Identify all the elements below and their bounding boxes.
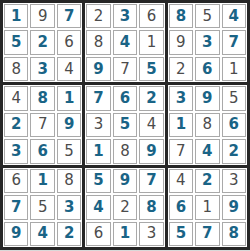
- cell-r4c4[interactable]: 7: [86, 86, 110, 110]
- cell-r1c8[interactable]: 5: [195, 4, 219, 28]
- cell-r6c5[interactable]: 8: [113, 139, 137, 163]
- cell-r6c8[interactable]: 4: [195, 139, 219, 163]
- box-2-3: 395186742: [168, 85, 247, 164]
- cell-r6c2[interactable]: 6: [30, 139, 54, 163]
- cell-r5c2[interactable]: 7: [30, 113, 54, 137]
- cell-r3c3[interactable]: 4: [57, 57, 81, 81]
- cell-r4c8[interactable]: 9: [195, 86, 219, 110]
- cell-r9c2[interactable]: 4: [30, 222, 54, 246]
- cell-r4c7[interactable]: 3: [169, 86, 193, 110]
- cell-r4c1[interactable]: 4: [4, 86, 28, 110]
- cell-r8c3[interactable]: 3: [57, 195, 81, 219]
- cell-r5c9[interactable]: 6: [222, 113, 246, 137]
- cell-r8c4[interactable]: 4: [86, 195, 110, 219]
- cell-r4c6[interactable]: 2: [139, 86, 163, 110]
- cell-r9c5[interactable]: 1: [113, 222, 137, 246]
- cell-r5c1[interactable]: 2: [4, 113, 28, 137]
- cell-r3c7[interactable]: 2: [169, 57, 193, 81]
- cell-r6c3[interactable]: 5: [57, 139, 81, 163]
- cell-r2c9[interactable]: 7: [222, 30, 246, 54]
- cell-r2c8[interactable]: 3: [195, 30, 219, 54]
- cell-r5c8[interactable]: 8: [195, 113, 219, 137]
- sudoku-board: 1975268342368419758549372614812793657623…: [0, 0, 250, 250]
- cell-r7c5[interactable]: 9: [113, 169, 137, 193]
- box-3-1: 618753942: [3, 168, 82, 247]
- box-3-3: 423619578: [168, 168, 247, 247]
- cell-r5c5[interactable]: 5: [113, 113, 137, 137]
- cell-r6c1[interactable]: 3: [4, 139, 28, 163]
- cell-r1c9[interactable]: 4: [222, 4, 246, 28]
- cell-r6c4[interactable]: 1: [86, 139, 110, 163]
- cell-r8c5[interactable]: 2: [113, 195, 137, 219]
- cell-r9c9[interactable]: 8: [222, 222, 246, 246]
- cell-r4c5[interactable]: 6: [113, 86, 137, 110]
- cell-r1c1[interactable]: 1: [4, 4, 28, 28]
- cell-r7c8[interactable]: 2: [195, 169, 219, 193]
- cell-r3c6[interactable]: 5: [139, 57, 163, 81]
- cell-r5c6[interactable]: 4: [139, 113, 163, 137]
- cell-r2c5[interactable]: 4: [113, 30, 137, 54]
- cell-r1c7[interactable]: 8: [169, 4, 193, 28]
- cell-r4c9[interactable]: 5: [222, 86, 246, 110]
- cell-r1c3[interactable]: 7: [57, 4, 81, 28]
- cell-r3c5[interactable]: 7: [113, 57, 137, 81]
- cell-r7c4[interactable]: 5: [86, 169, 110, 193]
- cell-r8c6[interactable]: 8: [139, 195, 163, 219]
- cell-r9c6[interactable]: 3: [139, 222, 163, 246]
- cell-r3c2[interactable]: 3: [30, 57, 54, 81]
- cell-r9c7[interactable]: 5: [169, 222, 193, 246]
- cell-r2c3[interactable]: 6: [57, 30, 81, 54]
- cell-r3c1[interactable]: 8: [4, 57, 28, 81]
- cell-r3c4[interactable]: 9: [86, 57, 110, 81]
- cell-r3c8[interactable]: 6: [195, 57, 219, 81]
- cell-r1c4[interactable]: 2: [86, 4, 110, 28]
- cell-r4c3[interactable]: 1: [57, 86, 81, 110]
- cell-r8c8[interactable]: 1: [195, 195, 219, 219]
- cell-r7c6[interactable]: 7: [139, 169, 163, 193]
- cell-r2c6[interactable]: 1: [139, 30, 163, 54]
- box-1-1: 197526834: [3, 3, 82, 82]
- cell-r9c4[interactable]: 6: [86, 222, 110, 246]
- cell-r5c4[interactable]: 3: [86, 113, 110, 137]
- cell-r7c9[interactable]: 3: [222, 169, 246, 193]
- cell-r6c6[interactable]: 9: [139, 139, 163, 163]
- cell-r7c3[interactable]: 8: [57, 169, 81, 193]
- cell-r1c6[interactable]: 6: [139, 4, 163, 28]
- box-2-2: 762354189: [85, 85, 164, 164]
- cell-r2c1[interactable]: 5: [4, 30, 28, 54]
- cell-r8c7[interactable]: 6: [169, 195, 193, 219]
- cell-r9c3[interactable]: 2: [57, 222, 81, 246]
- cell-r9c8[interactable]: 7: [195, 222, 219, 246]
- cell-r7c7[interactable]: 4: [169, 169, 193, 193]
- cell-r1c2[interactable]: 9: [30, 4, 54, 28]
- cell-r8c1[interactable]: 7: [4, 195, 28, 219]
- cell-r5c7[interactable]: 1: [169, 113, 193, 137]
- cell-r7c1[interactable]: 6: [4, 169, 28, 193]
- cell-r6c7[interactable]: 7: [169, 139, 193, 163]
- cell-r1c5[interactable]: 3: [113, 4, 137, 28]
- cell-r6c9[interactable]: 2: [222, 139, 246, 163]
- cell-r5c3[interactable]: 9: [57, 113, 81, 137]
- cell-r2c7[interactable]: 9: [169, 30, 193, 54]
- cell-r7c2[interactable]: 1: [30, 169, 54, 193]
- cell-r8c9[interactable]: 9: [222, 195, 246, 219]
- cell-r2c4[interactable]: 8: [86, 30, 110, 54]
- box-1-3: 854937261: [168, 3, 247, 82]
- cell-r3c9[interactable]: 1: [222, 57, 246, 81]
- cell-r4c2[interactable]: 8: [30, 86, 54, 110]
- box-1-2: 236841975: [85, 3, 164, 82]
- cell-r2c2[interactable]: 2: [30, 30, 54, 54]
- cell-r8c2[interactable]: 5: [30, 195, 54, 219]
- box-3-2: 597428613: [85, 168, 164, 247]
- cell-r9c1[interactable]: 9: [4, 222, 28, 246]
- box-2-1: 481279365: [3, 85, 82, 164]
